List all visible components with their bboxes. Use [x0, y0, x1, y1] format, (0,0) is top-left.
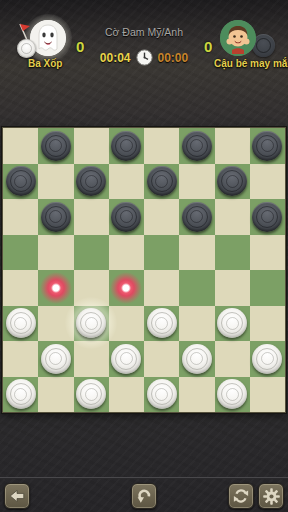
square-r6c0[interactable] [3, 341, 38, 377]
white-checker-piece[interactable] [6, 379, 36, 409]
square-r1c1[interactable] [38, 164, 73, 200]
dark-checker-piece[interactable] [182, 131, 212, 161]
dark-checker-piece[interactable] [147, 166, 177, 196]
square-r4c0[interactable] [3, 270, 38, 306]
square-r0c6[interactable] [215, 128, 250, 164]
toolbar [0, 479, 288, 512]
square-r4c7[interactable] [250, 270, 285, 306]
square-r6c4[interactable] [144, 341, 179, 377]
square-r1c7[interactable] [250, 164, 285, 200]
timers: 00:04 00:00 [94, 49, 194, 66]
square-r6c3[interactable] [109, 341, 144, 377]
white-checker-piece[interactable] [6, 308, 36, 338]
white-checker-piece[interactable] [217, 379, 247, 409]
square-r3c2[interactable] [74, 235, 109, 271]
square-r7c6[interactable] [215, 377, 250, 413]
match-title: Cờ Đam Mỹ/Anh [94, 26, 194, 38]
player-left-name: Ba Xốp [28, 58, 62, 69]
white-piece-indicator [17, 39, 36, 58]
square-r7c5[interactable] [179, 377, 214, 413]
square-r0c1[interactable] [38, 128, 73, 164]
square-r2c1[interactable] [38, 199, 73, 235]
white-checker-piece[interactable] [76, 379, 106, 409]
square-r1c5[interactable] [179, 164, 214, 200]
square-r5c4[interactable] [144, 306, 179, 342]
square-r0c0[interactable] [3, 128, 38, 164]
square-r1c2[interactable] [74, 164, 109, 200]
square-r2c3[interactable] [109, 199, 144, 235]
square-r7c4[interactable] [144, 377, 179, 413]
undo-arrow-icon [135, 487, 153, 505]
square-r0c3[interactable] [109, 128, 144, 164]
clock-icon [136, 49, 153, 66]
dark-checker-piece[interactable] [41, 202, 71, 232]
square-r1c3[interactable] [109, 164, 144, 200]
square-r7c3[interactable] [109, 377, 144, 413]
app-screen: Ba Xốp 0 Cờ Đam Mỹ/Anh 00:04 00:00 0 [0, 0, 288, 512]
white-checker-piece[interactable] [147, 379, 177, 409]
move-target-dot[interactable] [40, 272, 72, 304]
square-r0c7[interactable] [250, 128, 285, 164]
square-r4c5[interactable] [179, 270, 214, 306]
player-left-score: 0 [76, 38, 84, 55]
square-r5c2[interactable] [74, 306, 109, 342]
square-r3c1[interactable] [38, 235, 73, 271]
dark-checker-piece[interactable] [217, 166, 247, 196]
square-r1c6[interactable] [215, 164, 250, 200]
dark-checker-piece[interactable] [252, 131, 282, 161]
square-r3c6[interactable] [215, 235, 250, 271]
dark-checker-piece[interactable] [111, 202, 141, 232]
white-checker-piece[interactable] [41, 344, 71, 374]
square-r2c2[interactable] [74, 199, 109, 235]
dark-checker-piece[interactable] [252, 202, 282, 232]
undo-button[interactable] [131, 483, 157, 509]
rotate-board-button[interactable] [228, 483, 254, 509]
white-checker-piece[interactable] [252, 344, 282, 374]
square-r0c4[interactable] [144, 128, 179, 164]
square-r4c6[interactable] [215, 270, 250, 306]
dark-checker-piece[interactable] [41, 131, 71, 161]
square-r2c5[interactable] [179, 199, 214, 235]
white-checker-piece[interactable] [111, 344, 141, 374]
player-right-score: 0 [204, 38, 212, 55]
square-r7c1[interactable] [38, 377, 73, 413]
left-arrow-icon [8, 487, 26, 505]
player-right-name: Cậu bé may mắn [214, 58, 288, 69]
dark-checker-piece[interactable] [6, 166, 36, 196]
dark-checker-piece[interactable] [182, 202, 212, 232]
square-r2c7[interactable] [250, 199, 285, 235]
square-r7c2[interactable] [74, 377, 109, 413]
dark-checker-piece[interactable] [76, 166, 106, 196]
square-r4c3[interactable] [109, 270, 144, 306]
square-r0c2[interactable] [74, 128, 109, 164]
square-r7c0[interactable] [3, 377, 38, 413]
square-r3c4[interactable] [144, 235, 179, 271]
square-r6c6[interactable] [215, 341, 250, 377]
square-r3c7[interactable] [250, 235, 285, 271]
square-r1c4[interactable] [144, 164, 179, 200]
header: Ba Xốp 0 Cờ Đam Mỹ/Anh 00:04 00:00 0 [0, 0, 288, 78]
white-checker-piece[interactable] [182, 344, 212, 374]
gear-icon [262, 487, 281, 506]
square-r3c3[interactable] [109, 235, 144, 271]
match-info: Cờ Đam Mỹ/Anh 00:04 00:00 [94, 26, 194, 38]
circular-arrows-icon [232, 487, 250, 505]
square-r6c7[interactable] [250, 341, 285, 377]
square-r0c5[interactable] [179, 128, 214, 164]
timer-left: 00:04 [100, 51, 131, 65]
square-r3c5[interactable] [179, 235, 214, 271]
square-r2c0[interactable] [3, 199, 38, 235]
player-right-avatar [220, 20, 256, 56]
square-r2c4[interactable] [144, 199, 179, 235]
dark-checker-piece[interactable] [111, 131, 141, 161]
square-r4c1[interactable] [38, 270, 73, 306]
square-r5c0[interactable] [3, 306, 38, 342]
back-button[interactable] [4, 483, 30, 509]
checkers-board [2, 127, 286, 413]
square-r5c6[interactable] [215, 306, 250, 342]
boy-avatar-icon [220, 20, 256, 56]
square-r6c1[interactable] [38, 341, 73, 377]
square-r5c7[interactable] [250, 306, 285, 342]
square-r1c0[interactable] [3, 164, 38, 200]
square-r2c6[interactable] [215, 199, 250, 235]
white-checker-piece[interactable] [217, 308, 247, 338]
square-r5c5[interactable] [179, 306, 214, 342]
white-checker-piece[interactable] [147, 308, 177, 338]
settings-button[interactable] [258, 483, 284, 509]
timer-right: 00:00 [158, 51, 189, 65]
square-r4c4[interactable] [144, 270, 179, 306]
square-r6c5[interactable] [179, 341, 214, 377]
square-r7c7[interactable] [250, 377, 285, 413]
square-r3c0[interactable] [3, 235, 38, 271]
move-target-dot[interactable] [110, 272, 142, 304]
